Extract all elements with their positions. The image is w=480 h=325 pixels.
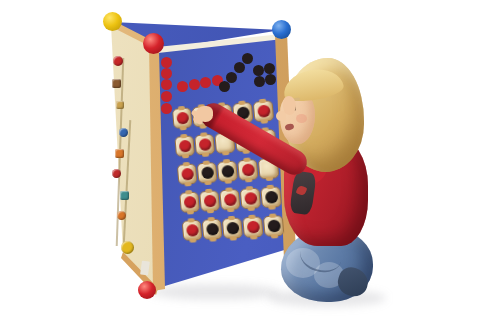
child [0,0,480,325]
child-left-hand [283,96,296,115]
child-cheek [296,114,307,123]
photo-scene [0,0,480,325]
